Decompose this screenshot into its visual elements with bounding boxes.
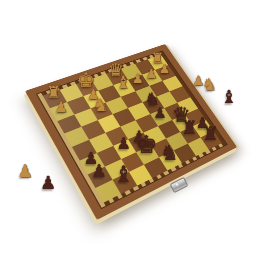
piece-black-pawn-c6[interactable]: ♟ — [116, 136, 130, 152]
piece-black-rook-h8[interactable]: ♜ — [202, 125, 219, 144]
photo-background: ♜♟♛♟♟♟♚♝♞♜♟♝♞♞♟♟♛♟♜♜♟♟♚♞♟♟♟♝♟ — [0, 0, 264, 264]
piece-black-pawn-f5[interactable]: ♟ — [154, 106, 167, 121]
piece-white-knight-c3[interactable]: ♞ — [93, 97, 109, 115]
piece-white-knight-captured-4[interactable]: ♞ — [202, 77, 217, 93]
piece-white-pawn-a2[interactable]: ♟ — [55, 100, 68, 114]
piece-white-pawn-h2[interactable]: ♟ — [159, 63, 170, 75]
piece-black-pawn-captured-2[interactable]: ♟ — [40, 174, 56, 192]
piece-white-bishop-e2[interactable]: ♝ — [116, 74, 131, 91]
piece-white-pawn-f2[interactable]: ♟ — [132, 73, 144, 86]
piece-black-bishop-b8[interactable]: ♝ — [113, 163, 133, 186]
piece-black-king-d7[interactable]: ♚ — [135, 133, 157, 158]
piece-black-knight-e8[interactable]: ♞ — [160, 143, 178, 164]
piece-black-pawn-a7[interactable]: ♟ — [91, 163, 107, 180]
piece-black-bishop-captured-5[interactable]: ♝ — [221, 88, 237, 106]
piece-white-pawn-captured-1[interactable]: ♟ — [17, 163, 33, 180]
piece-black-rook-g7[interactable]: ♜ — [181, 119, 198, 137]
piece-white-pawn-g2[interactable]: ♟ — [146, 68, 157, 81]
